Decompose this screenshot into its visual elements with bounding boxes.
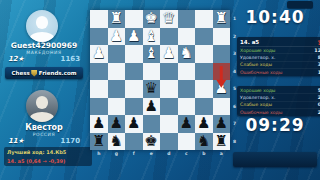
square-g3[interactable] <box>108 45 126 63</box>
square-f1[interactable] <box>125 10 143 28</box>
square-b3[interactable] <box>195 45 213 63</box>
piece-white-pawn[interactable]: ♟ <box>127 29 140 44</box>
square-e5[interactable]: ♛ <box>143 80 161 98</box>
square-d7[interactable] <box>160 115 178 133</box>
piece-black-queen[interactable]: ♛ <box>145 81 158 96</box>
chess-board[interactable]: ♜♚♛♜♟♟♝♟♝♟♞♛♟♟♟♟♟♟♟♟♜♞♚♞♜ <box>90 10 230 150</box>
piece-black-pawn[interactable]: ♟ <box>145 99 158 114</box>
stat-label: Слабые ходы <box>240 102 272 107</box>
square-e6[interactable]: ♟ <box>143 98 161 116</box>
bottom-player-avatar[interactable] <box>26 90 58 122</box>
square-d1[interactable]: ♛ <box>160 10 178 28</box>
square-d8[interactable] <box>160 133 178 151</box>
top-player-country: МАКЕДОНИЯ <box>0 50 88 55</box>
square-b5[interactable] <box>195 80 213 98</box>
stat-label: Хорошие ходы <box>240 48 276 53</box>
square-g1[interactable]: ♜ <box>108 10 126 28</box>
top-player-rating: 1163 <box>61 55 80 63</box>
square-e3[interactable]: ♝ <box>143 45 161 63</box>
bottom-player-rating: 1170 <box>61 137 80 145</box>
square-b1[interactable] <box>195 10 213 28</box>
top-player-clock: 10:40 <box>234 7 316 27</box>
chess-app-window: Guest42900969 МАКЕДОНИЯ 12★ 1163 Chess F… <box>0 0 320 180</box>
site-logo[interactable]: Chess Friends.com <box>5 67 83 79</box>
file-label-d: d <box>160 150 178 157</box>
top-move-quality-panel: 14. a5 ? Хорошие ходы12Удовлетвор. х.8Сл… <box>237 37 320 76</box>
square-c1[interactable] <box>178 10 196 28</box>
file-label-g: g <box>108 150 126 157</box>
square-a8[interactable]: ♜ <box>213 133 231 151</box>
stat-row: Слабые ходы3 <box>240 62 320 69</box>
piece-black-king[interactable]: ♚ <box>145 134 158 149</box>
piece-black-pawn[interactable]: ♟ <box>215 116 228 131</box>
piece-white-rook[interactable]: ♜ <box>110 11 123 26</box>
square-f7[interactable]: ♟ <box>125 115 143 133</box>
stat-row: Хорошие ходы5 <box>240 87 320 94</box>
square-b2[interactable] <box>195 28 213 46</box>
site-logo-text-right: Friends.com <box>39 70 77 76</box>
square-b8[interactable]: ♞ <box>195 133 213 151</box>
square-g8[interactable]: ♞ <box>108 133 126 151</box>
piece-black-pawn[interactable]: ♟ <box>127 116 140 131</box>
file-label-f: f <box>125 150 143 157</box>
piece-white-knight[interactable]: ♞ <box>180 46 193 61</box>
rank-label-8: 8 <box>232 133 238 151</box>
square-d2[interactable] <box>160 28 178 46</box>
square-e4[interactable] <box>143 63 161 81</box>
piece-white-pawn[interactable]: ♟ <box>110 29 123 44</box>
piece-black-pawn[interactable]: ♟ <box>110 116 123 131</box>
piece-black-rook[interactable]: ♜ <box>92 134 105 149</box>
piece-black-rook[interactable]: ♜ <box>215 134 228 149</box>
square-d4[interactable] <box>160 63 178 81</box>
square-d5[interactable] <box>160 80 178 98</box>
piece-white-queen[interactable]: ♛ <box>162 11 175 26</box>
square-b4[interactable] <box>195 63 213 81</box>
stat-value: 12 <box>314 48 320 53</box>
square-a5[interactable]: ♟ <box>213 80 231 98</box>
square-a7[interactable]: ♟ <box>213 115 231 133</box>
square-c2[interactable] <box>178 28 196 46</box>
square-c6[interactable] <box>178 98 196 116</box>
square-e1[interactable]: ♚ <box>143 10 161 28</box>
stat-label: Слабые ходы <box>240 62 272 67</box>
square-f2[interactable]: ♟ <box>125 28 143 46</box>
stat-row: Удовлетвор. х.8 <box>240 54 320 61</box>
square-b7[interactable]: ♟ <box>195 115 213 133</box>
piece-white-king[interactable]: ♚ <box>145 11 158 26</box>
square-g4[interactable] <box>108 63 126 81</box>
square-h2[interactable] <box>90 28 108 46</box>
square-f4[interactable] <box>125 63 143 81</box>
square-g6[interactable] <box>108 98 126 116</box>
file-label-b: b <box>195 150 213 157</box>
piece-black-pawn[interactable]: ♟ <box>92 116 105 131</box>
square-f5[interactable] <box>125 80 143 98</box>
piece-black-knight[interactable]: ♞ <box>197 134 210 149</box>
square-a1[interactable]: ♜ <box>213 10 231 28</box>
stat-label: Ошибочные ходы <box>240 110 282 115</box>
square-d3[interactable]: ♟ <box>160 45 178 63</box>
stat-row: Ошибочные ходы1 <box>240 69 320 75</box>
stat-label: Хорошие ходы <box>240 88 276 93</box>
square-c8[interactable] <box>178 133 196 151</box>
bottom-player-level: 11★ <box>8 137 24 145</box>
square-h5[interactable] <box>90 80 108 98</box>
square-f6[interactable] <box>125 98 143 116</box>
bottom-move-quality-panel: Хорошие ходы5Удовлетвор. х.2Слабые ходы0… <box>237 86 320 116</box>
square-a3[interactable] <box>213 45 231 63</box>
square-h3[interactable]: ♟ <box>90 45 108 63</box>
site-logo-text-left: Chess <box>12 70 30 76</box>
piece-white-pawn[interactable]: ♟ <box>162 46 175 61</box>
square-g5[interactable] <box>108 80 126 98</box>
stat-row: Слабые ходы0 <box>240 102 320 109</box>
piece-white-pawn[interactable]: ♟ <box>215 81 228 96</box>
file-label-a: a <box>213 150 231 157</box>
square-f8[interactable] <box>125 133 143 151</box>
file-label-c: c <box>178 150 196 157</box>
piece-white-rook[interactable]: ♜ <box>215 11 228 26</box>
stat-label: Удовлетвор. х. <box>240 95 275 100</box>
square-h7[interactable]: ♟ <box>90 115 108 133</box>
square-c4[interactable] <box>178 63 196 81</box>
piece-white-pawn[interactable]: ♟ <box>92 46 105 61</box>
square-h4[interactable] <box>90 63 108 81</box>
square-a4[interactable] <box>213 63 231 81</box>
square-b6[interactable] <box>195 98 213 116</box>
square-e2[interactable]: ♝ <box>143 28 161 46</box>
bottom-right-toolbar[interactable] <box>233 152 317 167</box>
square-e8[interactable]: ♚ <box>143 133 161 151</box>
stat-label: Удовлетвор. х. <box>240 55 275 60</box>
square-h6[interactable] <box>90 98 108 116</box>
square-c7[interactable]: ♟ <box>178 115 196 133</box>
square-a6[interactable] <box>213 98 231 116</box>
square-f3[interactable] <box>125 45 143 63</box>
square-e7[interactable] <box>143 115 161 133</box>
file-label-e: e <box>143 150 161 157</box>
square-d6[interactable] <box>160 98 178 116</box>
top-player-level: 12★ <box>8 55 24 63</box>
square-g7[interactable]: ♟ <box>108 115 126 133</box>
square-a2[interactable] <box>213 28 231 46</box>
square-c3[interactable]: ♞ <box>178 45 196 63</box>
stat-row: Удовлетвор. х.2 <box>240 94 320 101</box>
file-label-h: h <box>90 150 108 157</box>
top-player-avatar[interactable] <box>26 10 58 42</box>
square-h1[interactable] <box>90 10 108 28</box>
shield-icon <box>31 70 37 77</box>
square-g2[interactable]: ♟ <box>108 28 126 46</box>
square-c5[interactable] <box>178 80 196 98</box>
file-labels: hgfedcba <box>90 150 230 157</box>
last-move-label: 14. a5 <box>240 39 259 45</box>
bottom-player-clock: 09:29 <box>234 115 316 135</box>
square-h8[interactable]: ♜ <box>90 133 108 151</box>
stat-label: Ошибочные ходы <box>240 70 282 75</box>
analysis-hint-box: Лучший ход: 14.Кb5 14. a5 (0,64 → -0,39) <box>4 147 92 166</box>
stat-row: Хорошие ходы12 <box>240 47 320 54</box>
piece-black-knight[interactable]: ♞ <box>110 134 123 149</box>
piece-black-pawn[interactable]: ♟ <box>197 116 210 131</box>
piece-white-bishop[interactable]: ♝ <box>145 46 158 61</box>
played-move-eval-text: 14. a5 (0,64 → -0,39) <box>7 158 89 164</box>
best-move-text: Лучший ход: 14.Кb5 <box>7 149 89 155</box>
piece-white-bishop[interactable]: ♝ <box>145 29 158 44</box>
piece-black-pawn[interactable]: ♟ <box>180 116 193 131</box>
